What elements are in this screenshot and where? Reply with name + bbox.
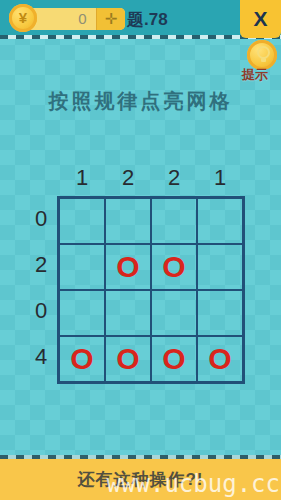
grid-cell-r4c2[interactable]: O [105,336,151,382]
coin-counter: 0 ✛ [25,8,125,30]
col-clue-4: 1 [197,163,243,193]
close-button[interactable]: X [240,0,281,38]
grid-cell-r2c1[interactable] [59,244,105,290]
grid-cell-r1c3[interactable] [151,198,197,244]
watermark-text: www.ucbug.cc [107,470,280,498]
grid-cell-r2c4[interactable] [197,244,243,290]
col-clue-2: 2 [105,163,151,193]
hint-button[interactable]: 提示 [239,40,279,82]
grid-cell-r4c4[interactable]: O [197,336,243,382]
grid-cell-r1c1[interactable] [59,198,105,244]
grid-cell-r2c3[interactable]: O [151,244,197,290]
row-clue-1: 0 [30,196,52,242]
grid-cell-r1c4[interactable] [197,198,243,244]
lightbulb-base [261,58,266,62]
coin-icon: ¥ [9,4,37,32]
row-clues: 0204 [30,196,52,380]
puzzle-instruction: 按照规律点亮网格 [0,88,281,115]
row-clue-4: 4 [30,334,52,380]
grid-cell-r3c1[interactable] [59,290,105,336]
puzzle-grid: OOOOOO [57,196,245,384]
col-clue-3: 2 [151,163,197,193]
col-clue-1: 1 [59,163,105,193]
game-screen: 0 ✛ ¥ 题.78 X 提示 按照规律点亮网格 1221 0204 OOOOO… [0,0,281,500]
grid-cell-r4c3[interactable]: O [151,336,197,382]
grid-cell-r3c2[interactable] [105,290,151,336]
grid-cell-r4c1[interactable]: O [59,336,105,382]
column-clues: 1221 [59,163,243,193]
grid-cell-r3c3[interactable] [151,290,197,336]
add-coins-button[interactable]: ✛ [96,8,125,30]
row-clue-3: 0 [30,288,52,334]
grid-cell-r1c2[interactable] [105,198,151,244]
level-label: 题.78 [127,8,168,31]
row-clue-2: 2 [30,242,52,288]
top-bar: 0 ✛ ¥ 题.78 X [0,0,281,36]
grid-cell-r2c2[interactable]: O [105,244,151,290]
grid-cell-r3c4[interactable] [197,290,243,336]
topbar-dashed-divider [0,35,281,39]
hint-label: 提示 [242,66,268,84]
